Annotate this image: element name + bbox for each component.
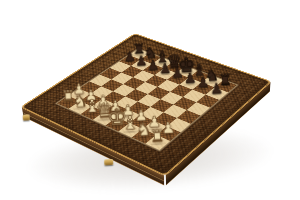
square-h5 <box>187 102 210 115</box>
square-d2 <box>104 104 127 117</box>
square-h4 <box>177 110 201 124</box>
square-h3 <box>167 118 191 132</box>
square-e1 <box>106 117 130 131</box>
square-f1 <box>119 123 143 137</box>
chess-set-photo: ♜♞♝♛♚♝♞♜♟♟♟♟♟♟♟♟♟♟♟♟♟♟♟♟♜♞♝♛♚♝♞♜ <box>0 0 300 200</box>
square-c1 <box>81 106 104 119</box>
square-d1 <box>93 112 117 126</box>
square-h6 <box>196 95 219 108</box>
square-d3 <box>115 96 138 109</box>
square-e3 <box>127 102 150 115</box>
square-h2 <box>156 126 180 141</box>
square-f3 <box>140 107 163 121</box>
brass-latch-left-icon <box>23 114 30 120</box>
square-g2 <box>143 120 167 134</box>
square-g4 <box>163 105 186 118</box>
scene: ♜♞♝♛♚♝♞♜♟♟♟♟♟♟♟♟♟♟♟♟♟♟♟♟♜♞♝♛♚♝♞♜ <box>0 0 300 200</box>
square-b1 <box>69 101 92 114</box>
square-f4 <box>150 99 173 112</box>
square-e4 <box>138 94 161 107</box>
square-g1 <box>132 129 156 144</box>
square-g3 <box>153 112 177 126</box>
square-h1 <box>145 135 170 150</box>
square-f2 <box>129 115 153 129</box>
square-g5 <box>173 97 196 110</box>
square-f5 <box>160 92 183 105</box>
brass-latch-front-icon <box>104 159 113 165</box>
square-c2 <box>92 99 115 112</box>
chess-board <box>20 33 273 177</box>
square-e2 <box>117 109 140 123</box>
board-top-face <box>20 33 273 177</box>
